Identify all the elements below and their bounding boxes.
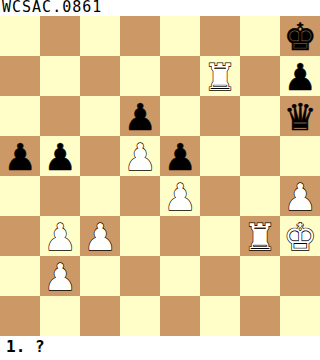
square-f2[interactable] xyxy=(200,256,240,296)
puzzle-id-title: WCSAC.0861 xyxy=(0,0,320,16)
square-g3[interactable]: ♜ xyxy=(240,216,280,256)
black-king[interactable]: ♚ xyxy=(283,19,316,56)
square-b3[interactable]: ♟ xyxy=(40,216,80,256)
square-e6[interactable] xyxy=(160,96,200,136)
square-h8[interactable]: ♚ xyxy=(280,16,320,56)
square-c2[interactable] xyxy=(80,256,120,296)
square-f6[interactable] xyxy=(200,96,240,136)
move-prompt: 1. ? xyxy=(0,336,320,360)
square-d2[interactable] xyxy=(120,256,160,296)
square-c1[interactable] xyxy=(80,296,120,336)
square-g1[interactable] xyxy=(240,296,280,336)
square-d3[interactable] xyxy=(120,216,160,256)
square-e8[interactable] xyxy=(160,16,200,56)
square-f5[interactable] xyxy=(200,136,240,176)
square-e3[interactable] xyxy=(160,216,200,256)
square-c3[interactable]: ♟ xyxy=(80,216,120,256)
square-e4[interactable]: ♟ xyxy=(160,176,200,216)
white-pawn[interactable]: ♟ xyxy=(123,139,156,176)
square-b1[interactable] xyxy=(40,296,80,336)
square-f8[interactable] xyxy=(200,16,240,56)
white-pawn[interactable]: ♟ xyxy=(283,179,316,216)
square-a5[interactable]: ♟ xyxy=(0,136,40,176)
white-pawn[interactable]: ♟ xyxy=(43,219,76,256)
square-b2[interactable]: ♟ xyxy=(40,256,80,296)
square-h3[interactable]: ♚ xyxy=(280,216,320,256)
square-g6[interactable] xyxy=(240,96,280,136)
black-pawn[interactable]: ♟ xyxy=(283,59,316,96)
square-b5[interactable]: ♟ xyxy=(40,136,80,176)
square-g7[interactable] xyxy=(240,56,280,96)
square-a8[interactable] xyxy=(0,16,40,56)
black-pawn[interactable]: ♟ xyxy=(163,139,196,176)
square-a2[interactable] xyxy=(0,256,40,296)
square-e1[interactable] xyxy=(160,296,200,336)
square-f3[interactable] xyxy=(200,216,240,256)
square-c6[interactable] xyxy=(80,96,120,136)
square-a6[interactable] xyxy=(0,96,40,136)
square-f7[interactable]: ♜ xyxy=(200,56,240,96)
square-c7[interactable] xyxy=(80,56,120,96)
square-h1[interactable] xyxy=(280,296,320,336)
square-h2[interactable] xyxy=(280,256,320,296)
square-g8[interactable] xyxy=(240,16,280,56)
square-b6[interactable] xyxy=(40,96,80,136)
white-rook[interactable]: ♜ xyxy=(203,59,236,96)
square-d1[interactable] xyxy=(120,296,160,336)
square-d4[interactable] xyxy=(120,176,160,216)
chess-board: ♚♜♟♟♛♟♟♟♟♟♟♟♟♜♚♟ xyxy=(0,16,320,336)
square-a3[interactable] xyxy=(0,216,40,256)
square-b8[interactable] xyxy=(40,16,80,56)
square-a1[interactable] xyxy=(0,296,40,336)
square-h7[interactable]: ♟ xyxy=(280,56,320,96)
black-pawn[interactable]: ♟ xyxy=(123,99,156,136)
square-e2[interactable] xyxy=(160,256,200,296)
square-b4[interactable] xyxy=(40,176,80,216)
square-a4[interactable] xyxy=(0,176,40,216)
square-f1[interactable] xyxy=(200,296,240,336)
square-g5[interactable] xyxy=(240,136,280,176)
chess-trainer-window: WCSAC.0861 ♚♜♟♟♛♟♟♟♟♟♟♟♟♜♚♟ 1. ? xyxy=(0,0,320,360)
black-pawn[interactable]: ♟ xyxy=(43,139,76,176)
white-rook[interactable]: ♜ xyxy=(243,219,276,256)
square-f4[interactable] xyxy=(200,176,240,216)
square-h4[interactable]: ♟ xyxy=(280,176,320,216)
square-d7[interactable] xyxy=(120,56,160,96)
square-d5[interactable]: ♟ xyxy=(120,136,160,176)
square-c4[interactable] xyxy=(80,176,120,216)
white-pawn[interactable]: ♟ xyxy=(43,259,76,296)
white-king[interactable]: ♚ xyxy=(283,219,316,256)
square-h6[interactable]: ♛ xyxy=(280,96,320,136)
square-d8[interactable] xyxy=(120,16,160,56)
square-d6[interactable]: ♟ xyxy=(120,96,160,136)
square-e5[interactable]: ♟ xyxy=(160,136,200,176)
black-queen[interactable]: ♛ xyxy=(283,99,316,136)
square-c8[interactable] xyxy=(80,16,120,56)
square-h5[interactable] xyxy=(280,136,320,176)
square-e7[interactable] xyxy=(160,56,200,96)
square-g4[interactable] xyxy=(240,176,280,216)
black-pawn[interactable]: ♟ xyxy=(3,139,36,176)
white-pawn[interactable]: ♟ xyxy=(83,219,116,256)
white-pawn[interactable]: ♟ xyxy=(163,179,196,216)
square-a7[interactable] xyxy=(0,56,40,96)
square-g2[interactable] xyxy=(240,256,280,296)
square-b7[interactable] xyxy=(40,56,80,96)
square-c5[interactable] xyxy=(80,136,120,176)
